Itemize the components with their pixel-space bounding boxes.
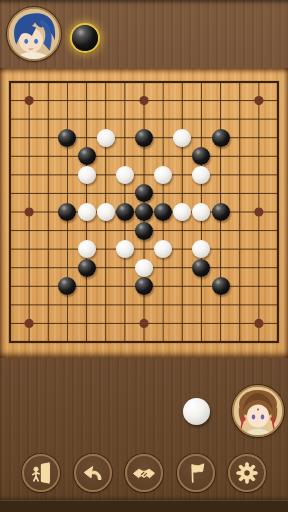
board-cell[interactable] xyxy=(96,240,115,259)
board-cell[interactable] xyxy=(96,258,115,277)
board-cell[interactable] xyxy=(115,333,134,352)
board-cell[interactable]: ○ xyxy=(173,128,192,147)
board-cell[interactable] xyxy=(39,221,58,240)
board-cell[interactable] xyxy=(0,333,19,352)
board-cell[interactable] xyxy=(154,184,173,203)
board-cell[interactable] xyxy=(115,221,134,240)
board-cell[interactable]: ○ xyxy=(192,240,211,259)
board-cell[interactable] xyxy=(77,221,96,240)
white-stone: ○ xyxy=(154,240,172,258)
board-cell[interactable] xyxy=(249,110,268,129)
board-cell[interactable] xyxy=(230,221,249,240)
board-cell[interactable]: ○ xyxy=(77,166,96,185)
board-cell[interactable] xyxy=(39,203,58,222)
board-cell[interactable] xyxy=(58,258,77,277)
black-stone: ● xyxy=(58,129,76,147)
board-cell[interactable] xyxy=(0,221,19,240)
board-cell[interactable] xyxy=(96,221,115,240)
board-cell[interactable] xyxy=(0,73,19,92)
board-cell[interactable]: ● xyxy=(58,277,77,296)
board-cell[interactable] xyxy=(115,91,134,110)
board-cell[interactable] xyxy=(39,73,58,92)
black-stone: ● xyxy=(116,203,134,221)
draw-offer-button[interactable] xyxy=(125,454,163,492)
board-cell[interactable] xyxy=(115,314,134,333)
board-cell[interactable] xyxy=(211,147,230,166)
board-cell[interactable] xyxy=(154,91,173,110)
board-cell[interactable] xyxy=(154,333,173,352)
board-cell[interactable] xyxy=(134,296,153,315)
board-cell[interactable] xyxy=(249,128,268,147)
black-stone: ● xyxy=(135,184,153,202)
board-cell[interactable] xyxy=(230,333,249,352)
board-cell[interactable] xyxy=(230,184,249,203)
board-cell[interactable] xyxy=(249,166,268,185)
board-cell[interactable] xyxy=(154,221,173,240)
board-cell[interactable] xyxy=(268,203,287,222)
board-cell[interactable] xyxy=(249,91,268,110)
board-cell[interactable] xyxy=(192,333,211,352)
board-cell[interactable] xyxy=(0,147,19,166)
board-cell[interactable] xyxy=(211,110,230,129)
board-cell[interactable]: ○ xyxy=(192,203,211,222)
board-cell[interactable] xyxy=(77,128,96,147)
board-cell[interactable] xyxy=(249,258,268,277)
board-cell[interactable] xyxy=(39,147,58,166)
board-cell[interactable] xyxy=(192,296,211,315)
handshake-icon xyxy=(132,461,156,485)
board-cell[interactable] xyxy=(0,184,19,203)
board-cell[interactable] xyxy=(77,314,96,333)
board-cell[interactable] xyxy=(192,110,211,129)
resign-flag-icon xyxy=(184,461,208,485)
board-cell[interactable] xyxy=(154,147,173,166)
board-cell[interactable] xyxy=(249,314,268,333)
black-stone: ● xyxy=(58,203,76,221)
board-cell[interactable] xyxy=(134,110,153,129)
board-cell[interactable] xyxy=(39,277,58,296)
board-cell[interactable]: ● xyxy=(77,258,96,277)
board-cell[interactable] xyxy=(173,277,192,296)
board-cell[interactable]: ● xyxy=(58,128,77,147)
board-cell[interactable] xyxy=(115,277,134,296)
gear-icon xyxy=(235,461,259,485)
board-cell[interactable] xyxy=(134,333,153,352)
black-stone: ● xyxy=(78,259,96,277)
board-cell[interactable] xyxy=(268,333,287,352)
board-cell[interactable] xyxy=(96,73,115,92)
board-cell[interactable] xyxy=(211,73,230,92)
white-stone: ○ xyxy=(135,259,153,277)
board-cell[interactable]: ○ xyxy=(173,203,192,222)
board-cell[interactable] xyxy=(249,203,268,222)
black-stone: ● xyxy=(135,222,153,240)
board-cell[interactable] xyxy=(211,166,230,185)
board-cell[interactable] xyxy=(115,184,134,203)
board-cell[interactable] xyxy=(154,73,173,92)
board-cell[interactable]: ● xyxy=(134,221,153,240)
board-cell[interactable] xyxy=(77,333,96,352)
board-cell[interactable] xyxy=(58,184,77,203)
black-turn-indicator-stone xyxy=(72,25,98,51)
board-cell[interactable] xyxy=(20,91,39,110)
board-cell[interactable] xyxy=(0,91,19,110)
board-cell[interactable] xyxy=(268,166,287,185)
board-cell[interactable] xyxy=(230,91,249,110)
board-cell[interactable] xyxy=(20,296,39,315)
board-cell[interactable] xyxy=(39,258,58,277)
board-cell[interactable] xyxy=(173,221,192,240)
board-cell[interactable] xyxy=(58,166,77,185)
board-cell[interactable] xyxy=(20,258,39,277)
board-cell[interactable] xyxy=(230,147,249,166)
black-stone: ● xyxy=(212,277,230,295)
board-cell[interactable]: ○ xyxy=(96,203,115,222)
board-cell[interactable] xyxy=(96,296,115,315)
board-cell[interactable]: ● xyxy=(211,203,230,222)
board-cell[interactable] xyxy=(192,221,211,240)
white-stone: ○ xyxy=(173,203,191,221)
app-screen: ●○●○●●●○○○○●●○○●●●○○●●○○○○●○●●●● xyxy=(0,0,288,512)
white-stone: ○ xyxy=(192,240,210,258)
board-cell[interactable] xyxy=(249,73,268,92)
board-cell[interactable] xyxy=(268,258,287,277)
board-cell[interactable] xyxy=(249,240,268,259)
board-cell[interactable] xyxy=(58,221,77,240)
white-stone: ○ xyxy=(154,166,172,184)
white-stone: ○ xyxy=(78,240,96,258)
board-cell[interactable] xyxy=(96,184,115,203)
blue-hair-avatar-art xyxy=(9,9,59,59)
board-cell[interactable] xyxy=(39,110,58,129)
board-cell[interactable]: ● xyxy=(192,147,211,166)
white-stone: ○ xyxy=(173,129,191,147)
board-cell[interactable]: ○ xyxy=(192,166,211,185)
white-stone: ○ xyxy=(97,203,115,221)
board-cell[interactable] xyxy=(77,277,96,296)
board-cell[interactable] xyxy=(211,240,230,259)
board-cell[interactable] xyxy=(58,110,77,129)
board-cell[interactable] xyxy=(249,277,268,296)
board-cell[interactable] xyxy=(154,277,173,296)
board-cell[interactable]: ○ xyxy=(134,258,153,277)
white-stone: ○ xyxy=(116,166,134,184)
black-stone: ● xyxy=(192,147,210,165)
board-cell[interactable] xyxy=(230,296,249,315)
board-cell[interactable] xyxy=(211,314,230,333)
black-stone: ● xyxy=(135,277,153,295)
black-stone: ● xyxy=(58,277,76,295)
board-cell[interactable] xyxy=(0,203,19,222)
board-cell[interactable] xyxy=(134,166,153,185)
board-cell[interactable] xyxy=(268,110,287,129)
board-cell[interactable] xyxy=(268,128,287,147)
board-cell[interactable]: ● xyxy=(192,258,211,277)
board-cell[interactable] xyxy=(192,277,211,296)
white-stone: ○ xyxy=(192,203,210,221)
board-cell[interactable] xyxy=(211,258,230,277)
board-cell[interactable] xyxy=(0,258,19,277)
board-cell[interactable] xyxy=(192,128,211,147)
board-cell[interactable] xyxy=(39,128,58,147)
board-cell[interactable] xyxy=(192,184,211,203)
board-cell[interactable] xyxy=(39,296,58,315)
board-cell[interactable] xyxy=(58,240,77,259)
board-cell[interactable] xyxy=(115,110,134,129)
board-cell[interactable] xyxy=(268,184,287,203)
board-cell[interactable] xyxy=(77,73,96,92)
board-cell[interactable] xyxy=(268,91,287,110)
board-cell[interactable] xyxy=(173,166,192,185)
white-stone: ○ xyxy=(97,129,115,147)
undo-button[interactable] xyxy=(74,454,112,492)
board-cell[interactable] xyxy=(249,221,268,240)
board-cell[interactable] xyxy=(39,333,58,352)
white-stone: ○ xyxy=(78,203,96,221)
board-cell[interactable] xyxy=(77,110,96,129)
board-cell[interactable] xyxy=(115,258,134,277)
board-cell[interactable]: ○ xyxy=(77,240,96,259)
board-cell[interactable] xyxy=(173,314,192,333)
board-cell[interactable]: ● xyxy=(77,147,96,166)
board-cell[interactable] xyxy=(77,296,96,315)
board-cell[interactable] xyxy=(0,128,19,147)
black-stone: ● xyxy=(135,203,153,221)
board-cell[interactable] xyxy=(39,184,58,203)
board-cell[interactable]: ● xyxy=(154,203,173,222)
board-cell[interactable] xyxy=(115,147,134,166)
board-cell[interactable] xyxy=(268,221,287,240)
white-stone: ○ xyxy=(78,166,96,184)
board-cell[interactable] xyxy=(134,73,153,92)
white-turn-indicator-stone xyxy=(183,398,210,425)
board-cell[interactable] xyxy=(173,296,192,315)
board-cell[interactable]: ● xyxy=(211,128,230,147)
board-cell[interactable] xyxy=(77,184,96,203)
board-cell[interactable] xyxy=(173,240,192,259)
board-cell[interactable] xyxy=(134,91,153,110)
board-cell[interactable] xyxy=(20,166,39,185)
board-intersections: ●○●○●●●○○○○●●○○●●●○○●●○○○○●○●●●● xyxy=(0,73,287,352)
board-cell[interactable] xyxy=(20,240,39,259)
bottom-player-avatar[interactable] xyxy=(232,385,284,437)
board-cell[interactable] xyxy=(230,240,249,259)
board-cell[interactable] xyxy=(134,147,153,166)
board-cell[interactable]: ● xyxy=(211,277,230,296)
board-cell[interactable] xyxy=(39,166,58,185)
board-cell[interactable] xyxy=(249,147,268,166)
board-cell[interactable] xyxy=(268,296,287,315)
board-cell[interactable] xyxy=(173,91,192,110)
board-cell[interactable] xyxy=(77,91,96,110)
exit-door-icon xyxy=(29,461,53,485)
board-cell[interactable] xyxy=(58,314,77,333)
board-cell[interactable] xyxy=(58,333,77,352)
board-cell[interactable] xyxy=(96,110,115,129)
resign-button[interactable] xyxy=(177,454,215,492)
board-cell[interactable]: ○ xyxy=(96,128,115,147)
board-cell[interactable] xyxy=(115,73,134,92)
board-cell[interactable] xyxy=(230,73,249,92)
board-cell[interactable]: ● xyxy=(134,203,153,222)
white-stone: ○ xyxy=(116,240,134,258)
gomoku-board: ●○●○●●●○○○○●●○○●●●○○●●○○○○●○●●●● xyxy=(0,68,288,358)
board-cell[interactable]: ○ xyxy=(154,240,173,259)
auburn-hair-avatar-art xyxy=(234,387,282,435)
board-cell[interactable]: ● xyxy=(134,128,153,147)
board-cell[interactable] xyxy=(20,128,39,147)
board-cell[interactable] xyxy=(20,110,39,129)
bottom-toolbar xyxy=(0,454,288,492)
board-cell[interactable] xyxy=(268,240,287,259)
board-cell[interactable] xyxy=(115,128,134,147)
board-cell[interactable]: ○ xyxy=(115,166,134,185)
board-cell[interactable]: ○ xyxy=(115,240,134,259)
board-cell[interactable] xyxy=(134,314,153,333)
board-cell[interactable] xyxy=(39,91,58,110)
black-stone: ● xyxy=(78,147,96,165)
board-cell[interactable] xyxy=(268,277,287,296)
board-cell[interactable] xyxy=(268,147,287,166)
board-cell[interactable] xyxy=(0,166,19,185)
bottom-edge-strip xyxy=(0,500,288,512)
board-cell[interactable] xyxy=(20,221,39,240)
board-cell[interactable] xyxy=(211,221,230,240)
exit-button[interactable] xyxy=(22,454,60,492)
board-cell[interactable] xyxy=(230,110,249,129)
board-cell[interactable]: ● xyxy=(115,203,134,222)
board-cell[interactable] xyxy=(0,296,19,315)
board-cell[interactable] xyxy=(115,296,134,315)
board-cell[interactable] xyxy=(58,147,77,166)
board-cell[interactable] xyxy=(58,91,77,110)
board-cell[interactable]: ● xyxy=(134,184,153,203)
board-cell[interactable] xyxy=(154,110,173,129)
board-cell[interactable] xyxy=(154,258,173,277)
board-cell[interactable] xyxy=(230,258,249,277)
board-cell[interactable] xyxy=(96,147,115,166)
board-cell[interactable] xyxy=(96,277,115,296)
board-cell[interactable] xyxy=(96,333,115,352)
black-stone: ● xyxy=(212,129,230,147)
board-cell[interactable]: ○ xyxy=(154,166,173,185)
board-cell[interactable] xyxy=(173,147,192,166)
board-cell[interactable] xyxy=(39,240,58,259)
board-cell[interactable] xyxy=(173,110,192,129)
board-cell[interactable] xyxy=(173,258,192,277)
board-cell[interactable] xyxy=(249,296,268,315)
board-cell[interactable] xyxy=(230,166,249,185)
board-cell[interactable] xyxy=(230,128,249,147)
board-cell[interactable] xyxy=(154,314,173,333)
board-cell[interactable] xyxy=(230,277,249,296)
undo-arrow-icon xyxy=(81,461,105,485)
board-cell[interactable] xyxy=(0,110,19,129)
board-cell[interactable] xyxy=(173,184,192,203)
board-cell[interactable] xyxy=(249,184,268,203)
board-cell[interactable] xyxy=(134,240,153,259)
board-cell[interactable] xyxy=(20,73,39,92)
board-cell[interactable] xyxy=(192,91,211,110)
settings-button[interactable] xyxy=(228,454,266,492)
board-cell[interactable] xyxy=(230,203,249,222)
board-cell[interactable] xyxy=(154,128,173,147)
board-cell[interactable] xyxy=(20,203,39,222)
board-cell[interactable] xyxy=(268,73,287,92)
board-cell[interactable] xyxy=(0,240,19,259)
top-player-avatar[interactable] xyxy=(7,7,61,61)
board-cell[interactable] xyxy=(211,296,230,315)
board-cell[interactable] xyxy=(230,314,249,333)
black-stone: ● xyxy=(135,129,153,147)
board-cell[interactable] xyxy=(249,333,268,352)
board-cell[interactable] xyxy=(96,91,115,110)
black-stone: ● xyxy=(212,203,230,221)
board-cell[interactable] xyxy=(192,314,211,333)
board-cell[interactable]: ○ xyxy=(77,203,96,222)
board-cell[interactable]: ● xyxy=(134,277,153,296)
board-cell[interactable] xyxy=(58,73,77,92)
board-cell[interactable] xyxy=(20,147,39,166)
board-cell[interactable] xyxy=(20,314,39,333)
board-cell[interactable] xyxy=(268,314,287,333)
board-cell[interactable] xyxy=(211,91,230,110)
black-stone: ● xyxy=(192,259,210,277)
board-cell[interactable] xyxy=(39,314,58,333)
board-cell[interactable] xyxy=(58,296,77,315)
white-stone: ○ xyxy=(192,166,210,184)
board-cell[interactable] xyxy=(96,314,115,333)
board-cell[interactable] xyxy=(211,184,230,203)
board-cell[interactable] xyxy=(20,333,39,352)
board-cell[interactable] xyxy=(154,296,173,315)
board-cell[interactable] xyxy=(96,166,115,185)
board-cell[interactable] xyxy=(20,184,39,203)
board-cell[interactable] xyxy=(211,333,230,352)
board-cell[interactable] xyxy=(173,333,192,352)
board-cell[interactable] xyxy=(0,277,19,296)
board-cell[interactable] xyxy=(20,277,39,296)
board-cell[interactable] xyxy=(192,73,211,92)
board-cell[interactable] xyxy=(0,314,19,333)
black-stone: ● xyxy=(154,203,172,221)
board-cell[interactable]: ● xyxy=(58,203,77,222)
board-cell[interactable] xyxy=(173,73,192,92)
